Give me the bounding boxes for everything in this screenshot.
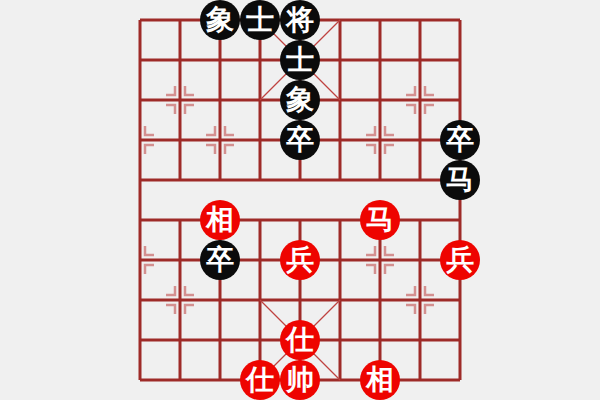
red-elephant[interactable]: 相	[200, 200, 240, 240]
red-elephant[interactable]: 相	[360, 360, 400, 400]
red-pawn[interactable]: 兵	[440, 240, 480, 280]
black-horse[interactable]: 马	[440, 160, 480, 200]
red-advisor[interactable]: 仕	[280, 320, 320, 360]
xiangqi-board: 象士将士象卒卒马卒相马兵兵仕仕帅相	[0, 0, 600, 400]
black-pawn[interactable]: 卒	[280, 120, 320, 160]
red-horse[interactable]: 马	[360, 200, 400, 240]
pieces-layer: 象士将士象卒卒马卒相马兵兵仕仕帅相	[120, 0, 480, 400]
red-advisor[interactable]: 仕	[240, 360, 280, 400]
black-elephant[interactable]: 象	[200, 0, 240, 40]
black-elephant[interactable]: 象	[280, 80, 320, 120]
black-advisor[interactable]: 士	[240, 0, 280, 40]
black-pawn[interactable]: 卒	[440, 120, 480, 160]
red-pawn[interactable]: 兵	[280, 240, 320, 280]
black-advisor[interactable]: 士	[280, 40, 320, 80]
black-pawn[interactable]: 卒	[200, 240, 240, 280]
red-general[interactable]: 帅	[280, 360, 320, 400]
black-general[interactable]: 将	[280, 0, 320, 40]
